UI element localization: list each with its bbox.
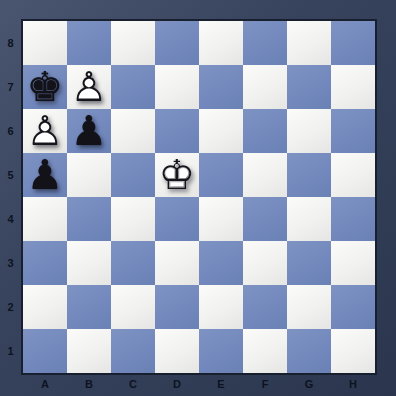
file-label-a: A: [23, 376, 67, 392]
square-c3[interactable]: [111, 241, 155, 285]
square-b6[interactable]: ♟: [67, 109, 111, 153]
file-label-h: H: [331, 376, 375, 392]
rank-label-7: 7: [0, 65, 21, 109]
square-f4[interactable]: [243, 197, 287, 241]
square-g7[interactable]: [287, 65, 331, 109]
square-e3[interactable]: [199, 241, 243, 285]
square-d4[interactable]: [155, 197, 199, 241]
square-e7[interactable]: [199, 65, 243, 109]
rank-label-6: 6: [0, 109, 21, 153]
square-d1[interactable]: [155, 329, 199, 373]
square-h4[interactable]: [331, 197, 375, 241]
square-a5[interactable]: ♟: [23, 153, 67, 197]
square-d5[interactable]: ♚♔: [155, 153, 199, 197]
square-f5[interactable]: [243, 153, 287, 197]
square-b3[interactable]: [67, 241, 111, 285]
white-king[interactable]: ♚♔: [155, 153, 199, 197]
square-f2[interactable]: [243, 285, 287, 329]
square-d3[interactable]: [155, 241, 199, 285]
square-g3[interactable]: [287, 241, 331, 285]
square-c1[interactable]: [111, 329, 155, 373]
rank-label-4: 4: [0, 197, 21, 241]
black-pawn[interactable]: ♟: [67, 109, 111, 153]
square-c4[interactable]: [111, 197, 155, 241]
chess-board: ♚♟♙♟♙♟♟♚♔: [21, 19, 377, 375]
square-f7[interactable]: [243, 65, 287, 109]
piece-outline-glyph: ♔: [155, 153, 199, 197]
file-label-e: E: [199, 376, 243, 392]
square-h6[interactable]: [331, 109, 375, 153]
square-f3[interactable]: [243, 241, 287, 285]
rank-label-5: 5: [0, 153, 21, 197]
square-e1[interactable]: [199, 329, 243, 373]
square-c7[interactable]: [111, 65, 155, 109]
square-h5[interactable]: [331, 153, 375, 197]
square-a8[interactable]: [23, 21, 67, 65]
square-d7[interactable]: [155, 65, 199, 109]
square-c8[interactable]: [111, 21, 155, 65]
piece-outline-glyph: ♙: [23, 109, 67, 153]
square-b1[interactable]: [67, 329, 111, 373]
square-e2[interactable]: [199, 285, 243, 329]
square-c2[interactable]: [111, 285, 155, 329]
square-h3[interactable]: [331, 241, 375, 285]
file-label-b: B: [67, 376, 111, 392]
square-f1[interactable]: [243, 329, 287, 373]
square-h8[interactable]: [331, 21, 375, 65]
square-c5[interactable]: [111, 153, 155, 197]
square-b8[interactable]: [67, 21, 111, 65]
rank-label-1: 1: [0, 329, 21, 373]
square-e5[interactable]: [199, 153, 243, 197]
square-b7[interactable]: ♟♙: [67, 65, 111, 109]
square-a3[interactable]: [23, 241, 67, 285]
square-a4[interactable]: [23, 197, 67, 241]
square-b4[interactable]: [67, 197, 111, 241]
square-d8[interactable]: [155, 21, 199, 65]
square-d6[interactable]: [155, 109, 199, 153]
square-g5[interactable]: [287, 153, 331, 197]
square-g4[interactable]: [287, 197, 331, 241]
square-a1[interactable]: [23, 329, 67, 373]
square-g8[interactable]: [287, 21, 331, 65]
square-g6[interactable]: [287, 109, 331, 153]
square-a2[interactable]: [23, 285, 67, 329]
square-f8[interactable]: [243, 21, 287, 65]
square-g2[interactable]: [287, 285, 331, 329]
square-h2[interactable]: [331, 285, 375, 329]
square-b2[interactable]: [67, 285, 111, 329]
square-g1[interactable]: [287, 329, 331, 373]
square-b5[interactable]: [67, 153, 111, 197]
square-h1[interactable]: [331, 329, 375, 373]
rank-label-2: 2: [0, 285, 21, 329]
square-e6[interactable]: [199, 109, 243, 153]
black-king[interactable]: ♚: [23, 65, 67, 109]
white-pawn[interactable]: ♟♙: [67, 65, 111, 109]
piece-solid-glyph: ♚: [23, 65, 67, 109]
piece-solid-glyph: ♟: [23, 153, 67, 197]
square-f6[interactable]: [243, 109, 287, 153]
white-pawn[interactable]: ♟♙: [23, 109, 67, 153]
file-label-f: F: [243, 376, 287, 392]
square-a6[interactable]: ♟♙: [23, 109, 67, 153]
file-label-c: C: [111, 376, 155, 392]
file-label-d: D: [155, 376, 199, 392]
black-pawn[interactable]: ♟: [23, 153, 67, 197]
square-d2[interactable]: [155, 285, 199, 329]
square-c6[interactable]: [111, 109, 155, 153]
piece-outline-glyph: ♙: [67, 65, 111, 109]
board-frame: ♚♟♙♟♙♟♟♚♔ 87654321 ABCDEFGH: [0, 0, 396, 396]
rank-label-3: 3: [0, 241, 21, 285]
piece-solid-glyph: ♟: [67, 109, 111, 153]
rank-label-8: 8: [0, 21, 21, 65]
square-a7[interactable]: ♚: [23, 65, 67, 109]
file-label-g: G: [287, 376, 331, 392]
square-h7[interactable]: [331, 65, 375, 109]
square-e8[interactable]: [199, 21, 243, 65]
square-e4[interactable]: [199, 197, 243, 241]
